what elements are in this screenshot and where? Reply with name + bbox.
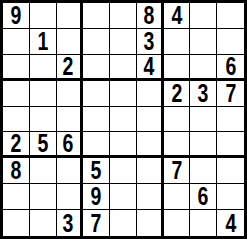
cell-r4c9[interactable]: 7	[217, 81, 244, 107]
given-digit: 3	[63, 211, 74, 236]
given-digit: 6	[198, 184, 209, 209]
cell-r9c2[interactable]	[30, 210, 57, 236]
cell-r2c9[interactable]	[217, 29, 244, 55]
cell-r9c4[interactable]: 7	[83, 210, 110, 236]
cell-r8c7[interactable]	[164, 184, 191, 210]
given-digit: 7	[225, 81, 236, 106]
cell-r8c1[interactable]	[3, 184, 30, 210]
given-digit: 4	[225, 211, 236, 236]
given-digit: 5	[37, 132, 48, 156]
cell-r5c1[interactable]	[3, 107, 30, 133]
cell-r1c5[interactable]	[110, 3, 137, 29]
cell-r2c5[interactable]	[110, 29, 137, 55]
given-digit: 9	[91, 184, 102, 209]
cell-r3c6[interactable]: 4	[137, 55, 164, 81]
cell-r8c5[interactable]	[110, 184, 137, 210]
given-digit: 2	[10, 132, 21, 156]
cell-r5c3[interactable]	[57, 107, 84, 133]
cell-r4c1[interactable]	[3, 81, 30, 107]
given-digit: 7	[91, 211, 102, 236]
cell-r4c5[interactable]	[110, 81, 137, 107]
cell-r7c5[interactable]	[110, 158, 137, 184]
cell-r7c1[interactable]: 8	[3, 158, 30, 184]
cell-r3c2[interactable]	[30, 55, 57, 81]
cell-r4c7[interactable]: 2	[164, 81, 191, 107]
cell-r7c2[interactable]	[30, 158, 57, 184]
cell-r9c3[interactable]: 3	[57, 210, 84, 236]
cell-r5c7[interactable]	[164, 107, 191, 133]
cell-r9c1[interactable]	[3, 210, 30, 236]
cell-r4c3[interactable]	[57, 81, 84, 107]
cell-r9c8[interactable]	[190, 210, 217, 236]
cell-r1c2[interactable]	[30, 3, 57, 29]
cell-r6c4[interactable]	[83, 132, 110, 158]
cell-r6c7[interactable]	[164, 132, 191, 158]
cell-r3c5[interactable]	[110, 55, 137, 81]
cell-r4c2[interactable]	[30, 81, 57, 107]
cell-r6c2[interactable]: 5	[30, 132, 57, 158]
given-digit: 4	[143, 55, 154, 79]
cell-r5c2[interactable]	[30, 107, 57, 133]
given-digit: 6	[225, 55, 236, 79]
cell-r1c9[interactable]	[217, 3, 244, 29]
cell-r8c3[interactable]	[57, 184, 84, 210]
cell-r3c1[interactable]	[3, 55, 30, 81]
cell-r6c5[interactable]	[110, 132, 137, 158]
given-digit: 8	[143, 3, 154, 28]
cell-r6c8[interactable]	[190, 132, 217, 158]
given-digit: 2	[171, 81, 182, 106]
cell-r2c6[interactable]: 3	[137, 29, 164, 55]
cell-r9c9[interactable]: 4	[217, 210, 244, 236]
sudoku-board: 9841324623725685796374	[0, 0, 247, 239]
given-digit: 6	[63, 132, 74, 156]
cell-r7c6[interactable]	[137, 158, 164, 184]
cell-r1c4[interactable]	[83, 3, 110, 29]
cell-r7c3[interactable]	[57, 158, 84, 184]
cell-r8c9[interactable]	[217, 184, 244, 210]
cell-r3c9[interactable]: 6	[217, 55, 244, 81]
cell-r8c8[interactable]: 6	[190, 184, 217, 210]
cell-r7c9[interactable]	[217, 158, 244, 184]
cell-r7c8[interactable]	[190, 158, 217, 184]
cell-r5c5[interactable]	[110, 107, 137, 133]
cell-r2c1[interactable]	[3, 29, 30, 55]
given-digit: 4	[171, 3, 182, 28]
given-digit: 9	[10, 3, 21, 28]
cell-r1c7[interactable]: 4	[164, 3, 191, 29]
cell-r3c3[interactable]: 2	[57, 55, 84, 81]
cell-r3c8[interactable]	[190, 55, 217, 81]
cell-r2c3[interactable]	[57, 29, 84, 55]
cell-r3c7[interactable]	[164, 55, 191, 81]
cell-r4c8[interactable]: 3	[190, 81, 217, 107]
cell-r2c7[interactable]	[164, 29, 191, 55]
cell-r4c6[interactable]	[137, 81, 164, 107]
cell-r8c6[interactable]	[137, 184, 164, 210]
cell-r9c5[interactable]	[110, 210, 137, 236]
cell-r1c8[interactable]	[190, 3, 217, 29]
given-digit: 3	[143, 29, 154, 54]
cell-r1c3[interactable]	[57, 3, 84, 29]
cell-r9c6[interactable]	[137, 210, 164, 236]
cell-r2c4[interactable]	[83, 29, 110, 55]
given-digit: 3	[198, 81, 209, 106]
given-digit: 8	[10, 158, 21, 183]
cell-r4c4[interactable]	[83, 81, 110, 107]
cell-r1c6[interactable]: 8	[137, 3, 164, 29]
given-digit: 2	[63, 55, 74, 79]
cell-r7c7[interactable]: 7	[164, 158, 191, 184]
cell-r8c2[interactable]	[30, 184, 57, 210]
cell-r6c6[interactable]	[137, 132, 164, 158]
cell-r2c8[interactable]	[190, 29, 217, 55]
cell-r1c1[interactable]: 9	[3, 3, 30, 29]
cell-r2c2[interactable]: 1	[30, 29, 57, 55]
cell-r5c8[interactable]	[190, 107, 217, 133]
cell-r8c4[interactable]: 9	[83, 184, 110, 210]
cell-r9c7[interactable]	[164, 210, 191, 236]
given-digit: 5	[91, 158, 102, 183]
cell-r6c1[interactable]: 2	[3, 132, 30, 158]
given-digit: 7	[171, 158, 182, 183]
cell-r5c6[interactable]	[137, 107, 164, 133]
cell-r6c9[interactable]	[217, 132, 244, 158]
cell-r6c3[interactable]: 6	[57, 132, 84, 158]
cell-r5c9[interactable]	[217, 107, 244, 133]
cell-r3c4[interactable]	[83, 55, 110, 81]
cell-r7c4[interactable]: 5	[83, 158, 110, 184]
given-digit: 1	[37, 29, 48, 54]
cell-r5c4[interactable]	[83, 107, 110, 133]
